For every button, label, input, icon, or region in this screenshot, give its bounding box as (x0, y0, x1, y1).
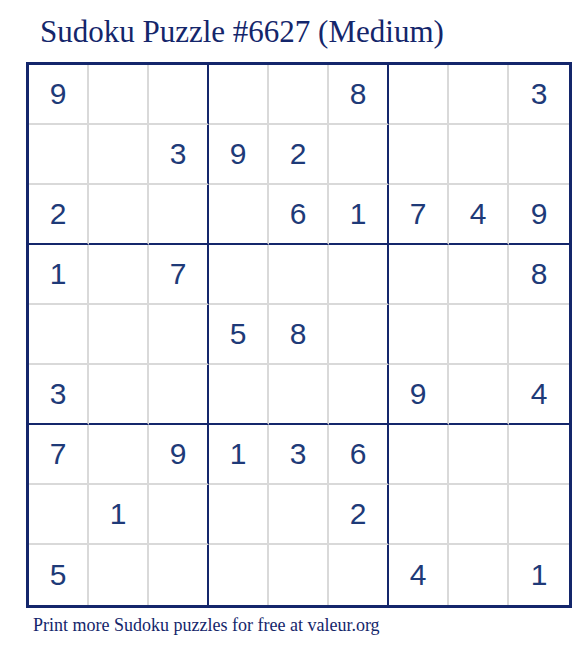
cell-r4c2 (89, 245, 149, 305)
cell-r5c8 (449, 305, 509, 365)
cell-r4c5 (269, 245, 329, 305)
cell-r6c1: 3 (29, 365, 89, 425)
cell-r3c3 (149, 185, 209, 245)
cell-r7c9 (509, 425, 569, 485)
cell-r5c5: 8 (269, 305, 329, 365)
cell-r2c9 (509, 125, 569, 185)
page-title: Sudoku Puzzle #6627 (Medium) (40, 14, 444, 50)
cell-r8c1 (29, 485, 89, 545)
cell-r9c9: 1 (509, 545, 569, 605)
cell-r7c6: 6 (329, 425, 389, 485)
cell-r7c4: 1 (209, 425, 269, 485)
cell-r5c2 (89, 305, 149, 365)
cell-r7c8 (449, 425, 509, 485)
cell-r7c1: 7 (29, 425, 89, 485)
cell-r1c3 (149, 65, 209, 125)
cell-r7c5: 3 (269, 425, 329, 485)
cell-r3c5: 6 (269, 185, 329, 245)
cell-r2c1 (29, 125, 89, 185)
cell-r3c1: 2 (29, 185, 89, 245)
cell-r1c8 (449, 65, 509, 125)
cell-r6c8 (449, 365, 509, 425)
cell-r3c9: 9 (509, 185, 569, 245)
cell-r2c8 (449, 125, 509, 185)
cell-r2c6 (329, 125, 389, 185)
cell-r9c4 (209, 545, 269, 605)
cell-r8c3 (149, 485, 209, 545)
cell-r2c7 (389, 125, 449, 185)
cell-r2c5: 2 (269, 125, 329, 185)
cell-r4c1: 1 (29, 245, 89, 305)
cell-r2c2 (89, 125, 149, 185)
cell-r3c4 (209, 185, 269, 245)
cell-r2c4: 9 (209, 125, 269, 185)
cell-r3c2 (89, 185, 149, 245)
cell-r1c7 (389, 65, 449, 125)
cell-r9c1: 5 (29, 545, 89, 605)
cell-r4c7 (389, 245, 449, 305)
cell-r1c9: 3 (509, 65, 569, 125)
cell-r5c9 (509, 305, 569, 365)
cell-r8c8 (449, 485, 509, 545)
cell-r4c9: 8 (509, 245, 569, 305)
cell-r6c2 (89, 365, 149, 425)
cell-r2c3: 3 (149, 125, 209, 185)
cell-r9c2 (89, 545, 149, 605)
cell-r3c6: 1 (329, 185, 389, 245)
footer-text: Print more Sudoku puzzles for free at va… (33, 615, 380, 636)
cell-r3c7: 7 (389, 185, 449, 245)
cell-r4c4 (209, 245, 269, 305)
cell-r6c9: 4 (509, 365, 569, 425)
cell-r1c2 (89, 65, 149, 125)
cell-r6c4 (209, 365, 269, 425)
cell-r6c3 (149, 365, 209, 425)
cell-r8c4 (209, 485, 269, 545)
cell-r1c4 (209, 65, 269, 125)
cell-r4c8 (449, 245, 509, 305)
cell-r9c8 (449, 545, 509, 605)
cell-r9c6 (329, 545, 389, 605)
cell-r8c2: 1 (89, 485, 149, 545)
cell-r5c1 (29, 305, 89, 365)
cell-r1c1: 9 (29, 65, 89, 125)
cell-r1c5 (269, 65, 329, 125)
cell-r3c8: 4 (449, 185, 509, 245)
cell-r4c6 (329, 245, 389, 305)
cell-r4c3: 7 (149, 245, 209, 305)
cell-r1c6: 8 (329, 65, 389, 125)
cell-r7c7 (389, 425, 449, 485)
cell-r5c3 (149, 305, 209, 365)
sudoku-board: 983392261749178583947913612541 (26, 62, 572, 608)
cell-r6c6 (329, 365, 389, 425)
cell-r9c3 (149, 545, 209, 605)
cell-r5c6 (329, 305, 389, 365)
cell-r6c5 (269, 365, 329, 425)
cell-r5c7 (389, 305, 449, 365)
sudoku-page: Sudoku Puzzle #6627 (Medium) 98339226174… (0, 0, 574, 651)
cell-r8c6: 2 (329, 485, 389, 545)
cell-r7c3: 9 (149, 425, 209, 485)
cell-r9c7: 4 (389, 545, 449, 605)
cell-r6c7: 9 (389, 365, 449, 425)
cell-r5c4: 5 (209, 305, 269, 365)
cell-r7c2 (89, 425, 149, 485)
cell-r8c7 (389, 485, 449, 545)
cell-r8c5 (269, 485, 329, 545)
cell-r8c9 (509, 485, 569, 545)
cell-r9c5 (269, 545, 329, 605)
